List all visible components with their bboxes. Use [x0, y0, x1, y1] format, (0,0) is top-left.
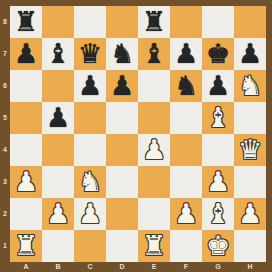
square-e1[interactable]: ♜	[138, 230, 170, 262]
square-a5[interactable]	[10, 102, 42, 134]
square-h2[interactable]: ♟	[234, 198, 266, 230]
square-h3[interactable]	[234, 166, 266, 198]
rank-label-5: 5	[0, 102, 10, 134]
file-label-h: H	[234, 262, 266, 272]
piece-white-knight[interactable]: ♞	[234, 70, 266, 102]
square-h1[interactable]	[234, 230, 266, 262]
square-f4[interactable]	[170, 134, 202, 166]
square-b6[interactable]	[42, 70, 74, 102]
square-g2[interactable]: ♝	[202, 198, 234, 230]
square-b8[interactable]	[42, 6, 74, 38]
square-c5[interactable]	[74, 102, 106, 134]
piece-white-pawn[interactable]: ♟	[234, 198, 266, 230]
square-d3[interactable]	[106, 166, 138, 198]
square-f1[interactable]	[170, 230, 202, 262]
rank-label-8: 8	[0, 6, 10, 38]
square-d7[interactable]: ♞	[106, 38, 138, 70]
square-h7[interactable]: ♟	[234, 38, 266, 70]
piece-black-knight[interactable]: ♞	[106, 38, 138, 70]
file-label-g: G	[202, 262, 234, 272]
square-a2[interactable]	[10, 198, 42, 230]
piece-black-knight[interactable]: ♞	[170, 70, 202, 102]
file-label-c: C	[74, 262, 106, 272]
piece-white-rook[interactable]: ♜	[10, 230, 42, 262]
square-b4[interactable]	[42, 134, 74, 166]
square-b2[interactable]: ♟	[42, 198, 74, 230]
piece-white-pawn[interactable]: ♟	[138, 134, 170, 166]
square-c1[interactable]	[74, 230, 106, 262]
square-e6[interactable]	[138, 70, 170, 102]
rank-label-3: 3	[0, 166, 10, 198]
square-d5[interactable]	[106, 102, 138, 134]
piece-black-pawn[interactable]: ♟	[74, 70, 106, 102]
square-g7[interactable]: ♚	[202, 38, 234, 70]
file-label-d: D	[106, 262, 138, 272]
piece-white-queen[interactable]: ♛	[234, 134, 266, 166]
file-label-f: F	[170, 262, 202, 272]
rank-label-4: 4	[0, 134, 10, 166]
square-g6[interactable]: ♟	[202, 70, 234, 102]
square-d8[interactable]	[106, 6, 138, 38]
chess-board-frame: ♜♜♟♝♛♞♝♟♚♟♟♟♞♟♞♟♝♟♛♟♞♟♟♟♟♝♟♜♜♚ 87654321 …	[0, 0, 272, 272]
square-g3[interactable]: ♟	[202, 166, 234, 198]
square-f7[interactable]: ♟	[170, 38, 202, 70]
rank-label-6: 6	[0, 70, 10, 102]
piece-black-pawn[interactable]: ♟	[170, 38, 202, 70]
piece-black-pawn[interactable]: ♟	[202, 70, 234, 102]
square-d6[interactable]: ♟	[106, 70, 138, 102]
square-a3[interactable]: ♟	[10, 166, 42, 198]
square-a7[interactable]: ♟	[10, 38, 42, 70]
file-label-e: E	[138, 262, 170, 272]
square-e5[interactable]	[138, 102, 170, 134]
square-f2[interactable]: ♟	[170, 198, 202, 230]
square-a1[interactable]: ♜	[10, 230, 42, 262]
square-g5[interactable]: ♝	[202, 102, 234, 134]
square-e3[interactable]	[138, 166, 170, 198]
piece-black-bishop[interactable]: ♝	[42, 38, 74, 70]
piece-white-pawn[interactable]: ♟	[42, 198, 74, 230]
square-d4[interactable]	[106, 134, 138, 166]
square-c2[interactable]: ♟	[74, 198, 106, 230]
square-e7[interactable]: ♝	[138, 38, 170, 70]
square-a4[interactable]	[10, 134, 42, 166]
piece-black-pawn[interactable]: ♟	[42, 102, 74, 134]
square-c6[interactable]: ♟	[74, 70, 106, 102]
square-f6[interactable]: ♞	[170, 70, 202, 102]
square-d1[interactable]	[106, 230, 138, 262]
square-e4[interactable]: ♟	[138, 134, 170, 166]
square-h8[interactable]	[234, 6, 266, 38]
square-h6[interactable]: ♞	[234, 70, 266, 102]
square-b7[interactable]: ♝	[42, 38, 74, 70]
piece-white-pawn[interactable]: ♟	[202, 166, 234, 198]
piece-black-rook[interactable]: ♜	[138, 6, 170, 38]
chess-board: ♜♜♟♝♛♞♝♟♚♟♟♟♞♟♞♟♝♟♛♟♞♟♟♟♟♝♟♜♜♚	[10, 6, 266, 262]
piece-black-king[interactable]: ♚	[202, 38, 234, 70]
piece-black-queen[interactable]: ♛	[74, 38, 106, 70]
square-c4[interactable]	[74, 134, 106, 166]
square-e2[interactable]	[138, 198, 170, 230]
piece-white-pawn[interactable]: ♟	[74, 198, 106, 230]
square-f5[interactable]	[170, 102, 202, 134]
piece-black-pawn[interactable]: ♟	[234, 38, 266, 70]
piece-white-bishop[interactable]: ♝	[202, 198, 234, 230]
square-g4[interactable]	[202, 134, 234, 166]
file-label-a: A	[10, 262, 42, 272]
piece-white-rook[interactable]: ♜	[138, 230, 170, 262]
square-h5[interactable]	[234, 102, 266, 134]
rank-label-1: 1	[0, 230, 10, 262]
square-d2[interactable]	[106, 198, 138, 230]
square-b3[interactable]	[42, 166, 74, 198]
rank-label-7: 7	[0, 38, 10, 70]
piece-white-bishop[interactable]: ♝	[202, 102, 234, 134]
square-h4[interactable]: ♛	[234, 134, 266, 166]
square-g1[interactable]: ♚	[202, 230, 234, 262]
file-label-b: B	[42, 262, 74, 272]
square-c8[interactable]	[74, 6, 106, 38]
square-b1[interactable]	[42, 230, 74, 262]
square-c3[interactable]: ♞	[74, 166, 106, 198]
square-f3[interactable]	[170, 166, 202, 198]
square-a8[interactable]: ♜	[10, 6, 42, 38]
square-e8[interactable]: ♜	[138, 6, 170, 38]
piece-black-pawn[interactable]: ♟	[106, 70, 138, 102]
square-a6[interactable]	[10, 70, 42, 102]
piece-black-bishop[interactable]: ♝	[138, 38, 170, 70]
piece-white-knight[interactable]: ♞	[74, 166, 106, 198]
piece-black-pawn[interactable]: ♟	[10, 38, 42, 70]
square-b5[interactable]: ♟	[42, 102, 74, 134]
piece-white-king[interactable]: ♚	[202, 230, 234, 262]
square-c7[interactable]: ♛	[74, 38, 106, 70]
rank-label-2: 2	[0, 198, 10, 230]
piece-black-rook[interactable]: ♜	[10, 6, 42, 38]
square-f8[interactable]	[170, 6, 202, 38]
piece-white-pawn[interactable]: ♟	[170, 198, 202, 230]
square-g8[interactable]	[202, 6, 234, 38]
piece-white-pawn[interactable]: ♟	[10, 166, 42, 198]
